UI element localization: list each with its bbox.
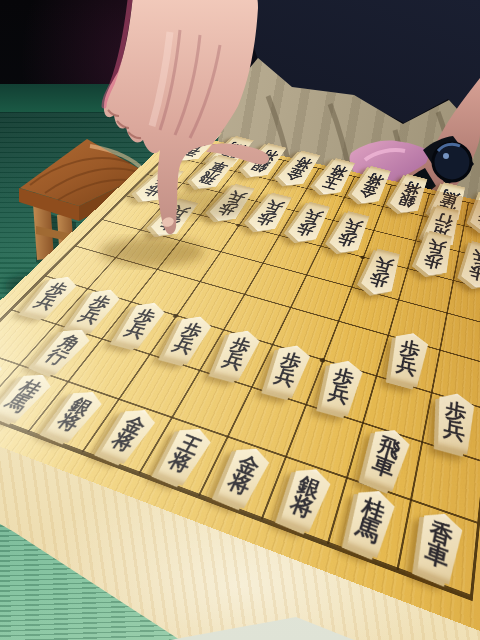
hand-shadow	[100, 237, 204, 267]
shogi-photo-scene: 香車桂馬銀将金将玉将金将銀将桂馬香車飛車角行歩兵歩兵歩兵歩兵歩兵歩兵歩兵歩兵歩兵…	[0, 0, 480, 640]
player-arm-overlay	[0, 0, 480, 640]
